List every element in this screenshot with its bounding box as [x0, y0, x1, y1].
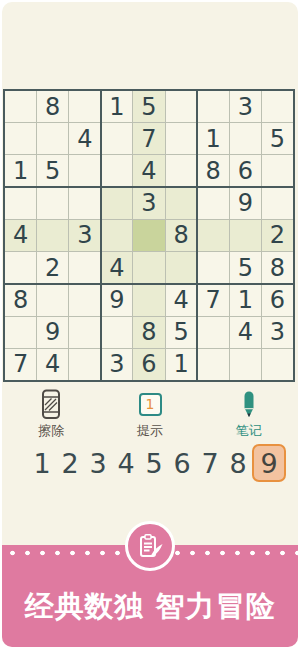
phone-screen: 815347151548639438224588947169854374361 … — [2, 2, 298, 647]
sudoku-cell-r1c5[interactable]: 5 — [133, 91, 164, 122]
numpad-digit-2[interactable]: 2 — [56, 444, 84, 482]
sudoku-cell-r8c2[interactable]: 9 — [37, 317, 68, 348]
sudoku-cell-r7c3[interactable] — [69, 284, 100, 315]
number-pad: 123456789 — [28, 443, 272, 483]
sudoku-cell-r9c1[interactable]: 7 — [5, 349, 36, 380]
sudoku-cell-r4c8[interactable]: 9 — [230, 188, 261, 219]
sudoku-cell-r6c2[interactable]: 2 — [37, 252, 68, 283]
numpad-digit-8[interactable]: 8 — [224, 444, 252, 482]
sudoku-cell-r5c6[interactable]: 8 — [166, 220, 197, 251]
sudoku-cell-r5c9[interactable]: 2 — [262, 220, 293, 251]
sudoku-cell-r5c7[interactable] — [198, 220, 229, 251]
notes-label: 笔记 — [236, 422, 262, 440]
toolbar: 擦除 1 提示 笔记 — [2, 388, 298, 440]
sudoku-cell-r9c7[interactable] — [198, 349, 229, 380]
sudoku-cell-r1c7[interactable] — [198, 91, 229, 122]
sudoku-cell-r5c8[interactable] — [230, 220, 261, 251]
sudoku-cell-r8c8[interactable]: 4 — [230, 317, 261, 348]
hint-label: 提示 — [137, 422, 163, 440]
sudoku-cell-r2c7[interactable]: 1 — [198, 123, 229, 154]
box-divider-vertical-2 — [196, 91, 198, 380]
sudoku-cell-r3c2[interactable]: 5 — [37, 155, 68, 186]
sudoku-cell-r3c1[interactable]: 1 — [5, 155, 36, 186]
sudoku-cell-r4c3[interactable] — [69, 188, 100, 219]
erase-label: 擦除 — [38, 422, 64, 440]
sudoku-cell-r4c2[interactable] — [37, 188, 68, 219]
sudoku-cell-r5c5[interactable] — [133, 220, 164, 251]
hint-button[interactable]: 1 提示 — [101, 388, 200, 440]
sudoku-grid: 815347151548639438224588947169854374361 — [5, 91, 293, 380]
hint-icon: 1 — [139, 388, 162, 420]
sudoku-cell-r6c6[interactable] — [166, 252, 197, 283]
sudoku-cell-r7c1[interactable]: 8 — [5, 284, 36, 315]
sudoku-cell-r6c5[interactable] — [133, 252, 164, 283]
sudoku-cell-r3c4[interactable] — [101, 155, 132, 186]
sudoku-cell-r3c7[interactable]: 8 — [198, 155, 229, 186]
sudoku-cell-r9c6[interactable]: 1 — [166, 349, 197, 380]
sudoku-cell-r6c8[interactable]: 5 — [230, 252, 261, 283]
sudoku-cell-r1c1[interactable] — [5, 91, 36, 122]
sudoku-cell-r9c9[interactable] — [262, 349, 293, 380]
clipboard-pen-icon — [136, 533, 164, 559]
sudoku-cell-r8c5[interactable]: 8 — [133, 317, 164, 348]
promo-banner: 经典数独 智力冒险 — [2, 545, 298, 647]
sudoku-cell-r2c4[interactable] — [101, 123, 132, 154]
pencil-icon — [240, 388, 258, 420]
sudoku-cell-r4c4[interactable] — [101, 188, 132, 219]
sudoku-cell-r9c5[interactable]: 6 — [133, 349, 164, 380]
sudoku-cell-r2c8[interactable] — [230, 123, 261, 154]
sudoku-cell-r4c1[interactable] — [5, 188, 36, 219]
sudoku-cell-r1c9[interactable] — [262, 91, 293, 122]
sudoku-cell-r2c9[interactable]: 5 — [262, 123, 293, 154]
numpad-digit-1[interactable]: 1 — [28, 444, 56, 482]
numpad-digit-7[interactable]: 7 — [196, 444, 224, 482]
box-divider-horizontal-1 — [5, 186, 293, 188]
sudoku-cell-r8c6[interactable]: 5 — [166, 317, 197, 348]
box-divider-vertical-1 — [100, 91, 102, 380]
box-divider-horizontal-2 — [5, 283, 293, 285]
sudoku-cell-r8c3[interactable] — [69, 317, 100, 348]
sudoku-cell-r4c7[interactable] — [198, 188, 229, 219]
sudoku-cell-r7c4[interactable]: 9 — [101, 284, 132, 315]
sudoku-cell-r5c1[interactable]: 4 — [5, 220, 36, 251]
sudoku-cell-r7c2[interactable] — [37, 284, 68, 315]
sudoku-cell-r1c8[interactable]: 3 — [230, 91, 261, 122]
sudoku-cell-r5c3[interactable]: 3 — [69, 220, 100, 251]
notes-button[interactable]: 笔记 — [199, 388, 298, 440]
sudoku-cell-r8c7[interactable] — [198, 317, 229, 348]
sudoku-cell-r1c2[interactable]: 8 — [37, 91, 68, 122]
sudoku-cell-r3c9[interactable] — [262, 155, 293, 186]
sudoku-cell-r8c1[interactable] — [5, 317, 36, 348]
sudoku-cell-r1c4[interactable]: 1 — [101, 91, 132, 122]
sudoku-cell-r6c1[interactable] — [5, 252, 36, 283]
sudoku-cell-r7c6[interactable]: 4 — [166, 284, 197, 315]
sudoku-cell-r8c4[interactable] — [101, 317, 132, 348]
sudoku-cell-r3c3[interactable] — [69, 155, 100, 186]
sudoku-cell-r2c2[interactable] — [37, 123, 68, 154]
sudoku-cell-r3c5[interactable]: 4 — [133, 155, 164, 186]
sudoku-cell-r7c7[interactable]: 7 — [198, 284, 229, 315]
numpad-digit-6[interactable]: 6 — [168, 444, 196, 482]
eraser-icon — [39, 388, 63, 420]
sudoku-cell-r7c9[interactable]: 6 — [262, 284, 293, 315]
sudoku-board: 815347151548639438224588947169854374361 — [3, 89, 295, 382]
sudoku-cell-r7c5[interactable] — [133, 284, 164, 315]
sudoku-cell-r7c8[interactable]: 1 — [230, 284, 261, 315]
sudoku-cell-r3c8[interactable]: 6 — [230, 155, 261, 186]
sudoku-cell-r8c9[interactable]: 3 — [262, 317, 293, 348]
sudoku-cell-r3c6[interactable] — [166, 155, 197, 186]
sudoku-cell-r1c6[interactable] — [166, 91, 197, 122]
numpad-digit-9[interactable]: 9 — [252, 444, 286, 482]
sudoku-cell-r9c4[interactable]: 3 — [101, 349, 132, 380]
numpad-digit-4[interactable]: 4 — [112, 444, 140, 482]
banner-title: 经典数独 智力冒险 — [2, 587, 298, 627]
clipboard-badge — [125, 521, 175, 571]
numpad-digit-5[interactable]: 5 — [140, 444, 168, 482]
sudoku-cell-r6c4[interactable]: 4 — [101, 252, 132, 283]
sudoku-cell-r2c6[interactable] — [166, 123, 197, 154]
sudoku-cell-r5c2[interactable] — [37, 220, 68, 251]
sudoku-cell-r2c5[interactable]: 7 — [133, 123, 164, 154]
hint-badge: 1 — [146, 396, 155, 412]
sudoku-cell-r4c6[interactable] — [166, 188, 197, 219]
sudoku-cell-r9c3[interactable] — [69, 349, 100, 380]
sudoku-cell-r2c1[interactable] — [5, 123, 36, 154]
sudoku-cell-r9c2[interactable]: 4 — [37, 349, 68, 380]
sudoku-cell-r4c5[interactable]: 3 — [133, 188, 164, 219]
numpad-digit-3[interactable]: 3 — [84, 444, 112, 482]
erase-button[interactable]: 擦除 — [2, 388, 101, 440]
sudoku-cell-r4c9[interactable] — [262, 188, 293, 219]
sudoku-cell-r2c3[interactable]: 4 — [69, 123, 100, 154]
sudoku-cell-r6c7[interactable] — [198, 252, 229, 283]
sudoku-cell-r1c3[interactable] — [69, 91, 100, 122]
sudoku-cell-r6c9[interactable]: 8 — [262, 252, 293, 283]
sudoku-cell-r9c8[interactable] — [230, 349, 261, 380]
sudoku-cell-r5c4[interactable] — [101, 220, 132, 251]
sudoku-cell-r6c3[interactable] — [69, 252, 100, 283]
